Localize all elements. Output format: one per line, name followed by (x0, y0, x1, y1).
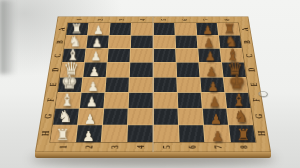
square-c6[interactable] (176, 49, 198, 62)
rank-label-3: 3 (107, 138, 122, 156)
square-f2[interactable]: ♟ (80, 92, 105, 107)
rank-label-8: 8 (235, 138, 251, 156)
black-pawn-f7[interactable]: ♟ (202, 95, 226, 108)
file-label-h: H (31, 129, 58, 138)
square-a3[interactable] (110, 23, 131, 35)
square-a4[interactable] (132, 23, 153, 35)
black-pawn-c7[interactable]: ♟ (199, 51, 221, 63)
square-g3[interactable] (103, 108, 128, 124)
square-b4[interactable] (131, 36, 152, 49)
white-pawn-g2[interactable]: ♟ (78, 112, 102, 125)
white-pawn-c2[interactable]: ♟ (85, 51, 107, 63)
file-label-c: C (45, 52, 69, 59)
square-d4[interactable] (130, 63, 152, 77)
square-a6[interactable] (175, 23, 196, 35)
file-label-right-e: E (241, 80, 266, 88)
square-a2[interactable]: ♟ (88, 23, 110, 35)
white-pawn-b2[interactable]: ♟ (87, 37, 108, 49)
file-label-g: G (34, 112, 60, 121)
square-f6[interactable] (177, 92, 201, 107)
square-d7[interactable]: ♟ (199, 63, 222, 77)
square-a7[interactable]: ♟ (196, 23, 218, 35)
square-c2[interactable]: ♟ (85, 49, 108, 62)
square-c7[interactable]: ♟ (198, 49, 221, 62)
square-g5[interactable] (153, 108, 177, 124)
file-label-a: A (50, 26, 73, 33)
square-b2[interactable]: ♟ (87, 36, 109, 49)
square-b5[interactable] (153, 36, 174, 49)
rank-label-1: 1 (54, 138, 70, 156)
black-pawn-b7[interactable]: ♟ (198, 37, 219, 49)
black-pawn-a7[interactable]: ♟ (197, 24, 218, 36)
file-label-right-a: A (233, 26, 256, 33)
square-b6[interactable] (175, 36, 197, 49)
file-label-right-g: G (245, 112, 271, 121)
black-pawn-d7[interactable]: ♟ (200, 65, 222, 78)
black-pawn-e7[interactable]: ♟ (201, 80, 224, 93)
white-pawn-d2[interactable]: ♟ (83, 65, 105, 78)
square-c5[interactable] (153, 49, 175, 62)
square-d6[interactable] (176, 63, 199, 77)
square-e7[interactable]: ♟ (200, 77, 224, 92)
square-c4[interactable] (131, 49, 153, 62)
file-label-e: E (40, 80, 65, 88)
file-label-right-f: F (243, 96, 268, 105)
square-f4[interactable] (129, 92, 153, 107)
perspective-scene: 12345678 12345678 ABCDEFGH ABCDEFGH ♜♟♟♜… (0, 0, 300, 168)
square-d5[interactable] (153, 63, 175, 77)
file-label-d: D (43, 66, 67, 74)
file-label-right-h: H (248, 129, 275, 138)
chess-set-photo: 12345678 12345678 ABCDEFGH ABCDEFGH ♜♟♟♜… (0, 0, 300, 168)
square-d2[interactable]: ♟ (83, 63, 106, 77)
square-e3[interactable] (106, 77, 130, 92)
file-label-right-b: B (235, 39, 258, 46)
square-f5[interactable] (153, 92, 177, 107)
file-label-b: B (48, 39, 71, 46)
square-g6[interactable] (178, 108, 203, 124)
square-e5[interactable] (153, 77, 176, 92)
square-g4[interactable] (128, 108, 152, 124)
rank-label-6: 6 (184, 138, 199, 156)
rank-label-5: 5 (159, 138, 173, 156)
white-pawn-a2[interactable]: ♟ (88, 24, 109, 36)
square-b7[interactable]: ♟ (197, 36, 219, 49)
file-label-right-d: D (239, 66, 263, 74)
black-pawn-g7[interactable]: ♟ (204, 112, 228, 125)
square-e4[interactable] (130, 77, 153, 92)
white-pawn-e2[interactable]: ♟ (82, 80, 105, 93)
rank-label-2: 2 (81, 138, 97, 156)
file-label-f: F (37, 96, 62, 105)
square-g7[interactable]: ♟ (202, 108, 227, 124)
square-g2[interactable]: ♟ (78, 108, 103, 124)
square-e6[interactable] (177, 77, 201, 92)
square-d3[interactable] (107, 63, 130, 77)
square-e2[interactable]: ♟ (82, 77, 106, 92)
file-label-right-c: C (237, 52, 261, 59)
square-c3[interactable] (108, 49, 130, 62)
square-b3[interactable] (109, 36, 131, 49)
rank-label-7: 7 (210, 138, 226, 156)
chess-board: 12345678 12345678 ABCDEFGH ABCDEFGH ♜♟♟♜… (35, 16, 271, 152)
square-a5[interactable] (153, 23, 174, 35)
white-pawn-f2[interactable]: ♟ (80, 95, 104, 108)
square-f3[interactable] (104, 92, 128, 107)
rank-label-4: 4 (133, 138, 147, 156)
square-f7[interactable]: ♟ (201, 92, 226, 107)
